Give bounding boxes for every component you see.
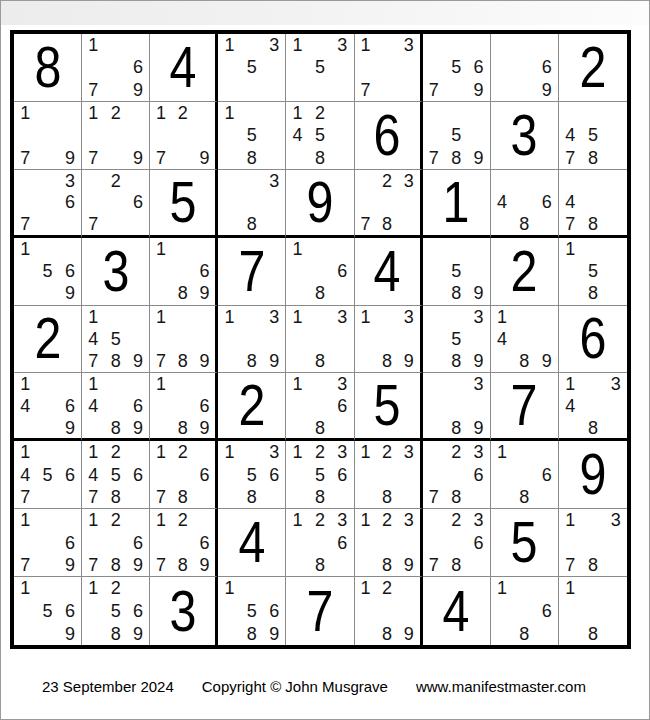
cell-r9c7: 4	[423, 577, 491, 645]
candidate-digit: 2	[376, 509, 398, 531]
empty-candidate-slot	[582, 170, 605, 192]
empty-candidate-slot	[309, 532, 331, 554]
cell-r6c7: 389	[423, 373, 491, 441]
candidate-digit: 3	[398, 306, 420, 328]
pencil-marks: 12389	[355, 509, 420, 576]
empty-candidate-slot	[467, 260, 489, 282]
candidate-digit: 8	[309, 417, 331, 439]
candidate-digit: 4	[82, 395, 104, 417]
candidate-digit: 5	[104, 328, 126, 350]
cell-r5c8: 1489	[491, 306, 559, 374]
candidate-digit: 2	[104, 577, 126, 600]
pencil-marks: 2378	[355, 170, 420, 235]
cell-r8c1: 1679	[14, 509, 82, 577]
candidate-digit: 8	[513, 486, 535, 508]
cell-r8c2: 126789	[82, 509, 150, 577]
top-toolbar	[1, 1, 649, 25]
candidate-digit: 6	[59, 532, 81, 554]
candidate-digit: 8	[582, 146, 605, 168]
pencil-marks: 5789	[423, 102, 490, 169]
cell-r6c5: 1368	[286, 373, 354, 441]
empty-candidate-slot	[376, 34, 398, 56]
candidate-digit: 8	[104, 554, 126, 576]
cell-r2c6: 6	[355, 102, 423, 170]
candidate-digit: 1	[559, 373, 582, 395]
candidate-digit: 2	[309, 509, 331, 531]
pencil-marks: 12678	[150, 441, 215, 508]
empty-candidate-slot	[194, 328, 216, 350]
pencil-marks: 1789	[150, 306, 215, 373]
cell-r3c5: 9	[286, 170, 354, 238]
empty-candidate-slot	[604, 532, 627, 554]
empty-candidate-slot	[376, 56, 398, 78]
empty-candidate-slot	[104, 56, 126, 78]
candidate-digit: 1	[286, 102, 308, 124]
candidate-digit: 1	[14, 102, 36, 124]
empty-candidate-slot	[36, 417, 58, 439]
candidate-digit: 6	[331, 260, 353, 282]
pencil-marks: 478	[559, 170, 627, 235]
candidate-digit: 6	[536, 191, 558, 213]
candidate-digit: 6	[59, 600, 81, 623]
candidate-digit: 2	[445, 509, 467, 531]
empty-candidate-slot	[513, 441, 535, 463]
empty-candidate-slot	[376, 306, 398, 328]
cell-r2c8: 3	[491, 102, 559, 170]
pencil-marks: 137	[355, 34, 420, 101]
empty-candidate-slot	[513, 600, 535, 623]
empty-candidate-slot	[104, 146, 126, 168]
candidate-digit: 8	[309, 146, 331, 168]
cell-r5c1: 2	[14, 306, 82, 374]
empty-candidate-slot	[467, 238, 489, 260]
empty-candidate-slot	[172, 260, 194, 282]
empty-candidate-slot	[286, 554, 308, 576]
candidate-digit: 9	[194, 554, 216, 576]
candidate-digit: 3	[331, 441, 353, 463]
candidate-digit: 1	[150, 509, 172, 531]
candidate-digit: 3	[604, 373, 627, 395]
candidate-digit: 2	[104, 509, 126, 531]
candidate-digit: 1	[559, 509, 582, 531]
empty-candidate-slot	[286, 350, 308, 372]
candidate-digit: 8	[445, 146, 467, 168]
empty-candidate-slot	[331, 102, 353, 124]
empty-candidate-slot	[331, 486, 353, 508]
pencil-marks: 23678	[423, 509, 490, 576]
empty-candidate-slot	[513, 328, 535, 350]
candidate-digit: 1	[355, 306, 377, 328]
candidate-digit: 4	[491, 328, 513, 350]
cell-r1c4: 135	[218, 34, 286, 102]
candidate-digit: 1	[150, 441, 172, 463]
candidate-digit: 5	[104, 464, 126, 486]
empty-candidate-slot	[104, 373, 126, 395]
candidate-digit: 1	[14, 373, 36, 395]
empty-candidate-slot	[286, 79, 308, 101]
cell-r5c7: 3589	[423, 306, 491, 374]
candidate-digit: 8	[376, 622, 398, 645]
cell-r7c8: 168	[491, 441, 559, 509]
empty-candidate-slot	[286, 328, 308, 350]
candidate-digit: 6	[59, 395, 81, 417]
empty-candidate-slot	[423, 350, 445, 372]
empty-candidate-slot	[218, 124, 240, 146]
empty-candidate-slot	[218, 146, 240, 168]
candidate-digit: 8	[513, 213, 535, 235]
empty-candidate-slot	[355, 464, 377, 486]
cell-r6c4: 2	[218, 373, 286, 441]
candidate-digit: 2	[172, 441, 194, 463]
candidate-digit: 1	[14, 441, 36, 463]
empty-candidate-slot	[36, 622, 58, 645]
empty-candidate-slot	[241, 306, 263, 328]
candidate-digit: 6	[331, 532, 353, 554]
empty-candidate-slot	[513, 170, 535, 192]
candidate-digit: 9	[194, 417, 216, 439]
empty-candidate-slot	[604, 417, 627, 439]
empty-candidate-slot	[127, 328, 149, 350]
cell-r8c7: 23678	[423, 509, 491, 577]
empty-candidate-slot	[423, 124, 445, 146]
empty-candidate-slot	[263, 56, 285, 78]
candidate-digit: 1	[218, 441, 240, 463]
empty-candidate-slot	[331, 417, 353, 439]
cell-r1c3: 4	[150, 34, 218, 102]
candidate-digit: 9	[467, 146, 489, 168]
solved-digit: 3	[511, 107, 538, 164]
candidate-digit: 5	[241, 56, 263, 78]
empty-candidate-slot	[559, 532, 582, 554]
candidate-digit: 1	[150, 306, 172, 328]
candidate-digit: 9	[536, 79, 558, 101]
candidate-digit: 1	[355, 509, 377, 531]
candidate-digit: 3	[331, 306, 353, 328]
candidate-digit: 1	[491, 577, 513, 600]
empty-candidate-slot	[582, 191, 605, 213]
candidate-digit: 2	[104, 102, 126, 124]
empty-candidate-slot	[82, 191, 104, 213]
empty-candidate-slot	[127, 441, 149, 463]
empty-candidate-slot	[423, 282, 445, 304]
candidate-digit: 9	[59, 622, 81, 645]
solved-digit: 8	[34, 39, 61, 96]
solved-digit: 5	[169, 174, 196, 231]
candidate-digit: 2	[445, 441, 467, 463]
empty-candidate-slot	[604, 282, 627, 304]
pencil-marks: 1689	[150, 373, 215, 438]
empty-candidate-slot	[423, 34, 445, 56]
cell-r6c8: 7	[491, 373, 559, 441]
empty-candidate-slot	[491, 350, 513, 372]
empty-candidate-slot	[536, 441, 558, 463]
pencil-marks: 12458	[286, 102, 353, 169]
pencil-marks: 1469	[14, 373, 81, 438]
empty-candidate-slot	[104, 124, 126, 146]
pencil-marks: 168	[286, 238, 353, 305]
candidate-digit: 1	[218, 306, 240, 328]
empty-candidate-slot	[423, 56, 445, 78]
candidate-digit: 8	[172, 486, 194, 508]
pencil-marks: 158	[218, 102, 285, 169]
empty-candidate-slot	[36, 577, 58, 600]
candidate-digit: 5	[241, 600, 263, 623]
candidate-digit: 8	[241, 146, 263, 168]
empty-candidate-slot	[491, 622, 513, 645]
candidate-digit: 7	[14, 554, 36, 576]
empty-candidate-slot	[445, 238, 467, 260]
candidate-digit: 9	[59, 282, 81, 304]
empty-candidate-slot	[241, 441, 263, 463]
empty-candidate-slot	[286, 486, 308, 508]
empty-candidate-slot	[194, 373, 216, 395]
candidate-digit: 7	[82, 213, 104, 235]
cell-r6c6: 5	[355, 373, 423, 441]
empty-candidate-slot	[423, 102, 445, 124]
empty-candidate-slot	[309, 328, 331, 350]
pencil-marks: 126789	[150, 509, 215, 576]
solved-digit: 7	[307, 583, 334, 640]
candidate-digit: 3	[467, 509, 489, 531]
candidate-digit: 8	[582, 213, 605, 235]
candidate-digit: 1	[559, 577, 582, 600]
candidate-digit: 8	[445, 282, 467, 304]
candidate-digit: 8	[445, 417, 467, 439]
empty-candidate-slot	[309, 79, 331, 101]
candidate-digit: 5	[445, 328, 467, 350]
candidate-digit: 6	[331, 395, 353, 417]
empty-candidate-slot	[14, 417, 36, 439]
empty-candidate-slot	[14, 260, 36, 282]
cell-r7c7: 23678	[423, 441, 491, 509]
empty-candidate-slot	[194, 306, 216, 328]
empty-candidate-slot	[467, 102, 489, 124]
empty-candidate-slot	[604, 170, 627, 192]
empty-candidate-slot	[467, 395, 489, 417]
empty-candidate-slot	[172, 373, 194, 395]
cell-r6c9: 1348	[559, 373, 627, 441]
empty-candidate-slot	[241, 577, 263, 600]
empty-candidate-slot	[263, 577, 285, 600]
empty-candidate-slot	[263, 124, 285, 146]
candidate-digit: 5	[241, 464, 263, 486]
candidate-digit: 1	[355, 577, 377, 600]
empty-candidate-slot	[513, 191, 535, 213]
candidate-digit: 1	[218, 577, 240, 600]
empty-candidate-slot	[194, 441, 216, 463]
candidate-digit: 3	[467, 373, 489, 395]
empty-candidate-slot	[194, 102, 216, 124]
candidate-digit: 6	[59, 260, 81, 282]
candidate-digit: 4	[559, 124, 582, 146]
solved-digit: 2	[34, 310, 61, 367]
candidate-digit: 1	[491, 441, 513, 463]
cell-r7c3: 12678	[150, 441, 218, 509]
empty-candidate-slot	[604, 600, 627, 623]
cell-r8c4: 4	[218, 509, 286, 577]
solved-digit: 5	[374, 377, 401, 434]
candidate-digit: 4	[491, 191, 513, 213]
candidate-digit: 6	[194, 395, 216, 417]
empty-candidate-slot	[559, 600, 582, 623]
candidate-digit: 4	[286, 124, 308, 146]
empty-candidate-slot	[423, 509, 445, 531]
cell-r9c9: 18	[559, 577, 627, 645]
empty-candidate-slot	[604, 146, 627, 168]
empty-candidate-slot	[14, 124, 36, 146]
candidate-digit: 1	[218, 34, 240, 56]
empty-candidate-slot	[14, 170, 36, 192]
empty-candidate-slot	[172, 395, 194, 417]
empty-candidate-slot	[172, 532, 194, 554]
empty-candidate-slot	[355, 191, 377, 213]
candidate-digit: 1	[150, 238, 172, 260]
cell-r8c6: 12389	[355, 509, 423, 577]
empty-candidate-slot	[423, 417, 445, 439]
cell-r1c8: 69	[491, 34, 559, 102]
pencil-marks: 135	[218, 34, 285, 101]
empty-candidate-slot	[172, 306, 194, 328]
candidate-digit: 7	[14, 486, 36, 508]
candidate-digit: 8	[376, 486, 398, 508]
empty-candidate-slot	[263, 79, 285, 101]
cell-r4c7: 589	[423, 238, 491, 306]
empty-candidate-slot	[491, 34, 513, 56]
candidate-digit: 6	[127, 464, 149, 486]
empty-candidate-slot	[398, 486, 420, 508]
pencil-marks: 1368	[286, 373, 353, 438]
pencil-marks: 126789	[82, 509, 149, 576]
empty-candidate-slot	[14, 532, 36, 554]
candidate-digit: 1	[559, 238, 582, 260]
empty-candidate-slot	[150, 260, 172, 282]
candidate-digit: 3	[604, 509, 627, 531]
empty-candidate-slot	[582, 509, 605, 531]
cell-r8c8: 5	[491, 509, 559, 577]
candidate-digit: 2	[104, 170, 126, 192]
candidate-digit: 3	[59, 170, 81, 192]
candidate-digit: 7	[355, 213, 377, 235]
empty-candidate-slot	[423, 373, 445, 395]
empty-candidate-slot	[559, 417, 582, 439]
empty-candidate-slot	[445, 373, 467, 395]
footer-website: www.manifestmaster.com	[416, 679, 586, 695]
pencil-marks: 1489	[491, 306, 558, 373]
pencil-marks: 123568	[286, 441, 353, 508]
pencil-marks: 1679	[14, 509, 81, 576]
candidate-digit: 5	[582, 124, 605, 146]
candidate-digit: 1	[82, 102, 104, 124]
candidate-digit: 1	[286, 373, 308, 395]
candidate-digit: 8	[309, 554, 331, 576]
empty-candidate-slot	[604, 124, 627, 146]
cell-r3c2: 267	[82, 170, 150, 238]
empty-candidate-slot	[423, 464, 445, 486]
empty-candidate-slot	[36, 238, 58, 260]
candidate-digit: 5	[309, 464, 331, 486]
empty-candidate-slot	[286, 532, 308, 554]
footer-copyright: Copyright © John Musgrave	[202, 679, 388, 695]
candidate-digit: 6	[127, 56, 149, 78]
candidate-digit: 3	[263, 34, 285, 56]
empty-candidate-slot	[559, 170, 582, 192]
empty-candidate-slot	[36, 170, 58, 192]
empty-candidate-slot	[82, 532, 104, 554]
candidate-digit: 7	[559, 146, 582, 168]
candidate-digit: 8	[445, 350, 467, 372]
solved-digit: 4	[374, 243, 401, 300]
footer-date: 23 September 2024	[42, 679, 174, 695]
empty-candidate-slot	[355, 56, 377, 78]
empty-candidate-slot	[104, 79, 126, 101]
empty-candidate-slot	[36, 532, 58, 554]
pencil-marks: 1679	[82, 34, 149, 101]
empty-candidate-slot	[36, 509, 58, 531]
cell-r2c3: 1279	[150, 102, 218, 170]
empty-candidate-slot	[59, 238, 81, 260]
cell-r4c9: 158	[559, 238, 627, 306]
cell-r4c6: 4	[355, 238, 423, 306]
empty-candidate-slot	[423, 395, 445, 417]
candidate-digit: 2	[376, 441, 398, 463]
solved-digit: 2	[238, 377, 265, 434]
empty-candidate-slot	[491, 79, 513, 101]
pencil-marks: 1245678	[82, 441, 149, 508]
candidate-digit: 9	[194, 350, 216, 372]
pencil-marks: 5679	[423, 34, 490, 101]
pencil-marks: 14689	[82, 373, 149, 438]
empty-candidate-slot	[376, 532, 398, 554]
empty-candidate-slot	[241, 34, 263, 56]
empty-candidate-slot	[82, 56, 104, 78]
empty-candidate-slot	[376, 600, 398, 623]
candidate-digit: 7	[423, 146, 445, 168]
empty-candidate-slot	[398, 464, 420, 486]
candidate-digit: 8	[172, 417, 194, 439]
empty-candidate-slot	[423, 306, 445, 328]
empty-candidate-slot	[536, 328, 558, 350]
solved-digit: 4	[169, 39, 196, 96]
empty-candidate-slot	[536, 306, 558, 328]
empty-candidate-slot	[355, 170, 377, 192]
candidate-digit: 1	[14, 238, 36, 260]
empty-candidate-slot	[104, 213, 126, 235]
candidate-digit: 8	[376, 213, 398, 235]
empty-candidate-slot	[331, 124, 353, 146]
pencil-marks: 1289	[355, 577, 420, 645]
solved-digit: 7	[511, 377, 538, 434]
empty-candidate-slot	[445, 464, 467, 486]
pencil-marks: 1569	[14, 238, 81, 305]
pencil-marks: 1389	[218, 306, 285, 373]
solved-digit: 9	[579, 446, 606, 503]
candidate-digit: 8	[582, 282, 605, 304]
solved-digit: 2	[579, 39, 606, 96]
candidate-digit: 5	[309, 124, 331, 146]
candidate-digit: 6	[331, 464, 353, 486]
candidate-digit: 6	[467, 532, 489, 554]
cell-r8c3: 126789	[150, 509, 218, 577]
empty-candidate-slot	[398, 532, 420, 554]
empty-candidate-slot	[376, 191, 398, 213]
candidate-digit: 7	[150, 350, 172, 372]
empty-candidate-slot	[59, 124, 81, 146]
empty-candidate-slot	[355, 622, 377, 645]
candidate-digit: 8	[241, 213, 263, 235]
empty-candidate-slot	[14, 622, 36, 645]
cell-r7c9: 9	[559, 441, 627, 509]
cell-r9c4: 15689	[218, 577, 286, 645]
